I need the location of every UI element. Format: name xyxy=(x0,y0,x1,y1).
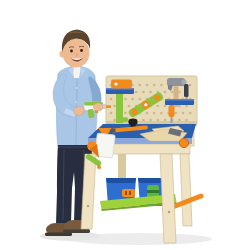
orange-side-knob xyxy=(179,138,188,147)
screwdriver-orange-handle xyxy=(169,105,175,117)
pegboard-hole xyxy=(146,84,149,87)
try-square-handle xyxy=(111,80,132,89)
pegboard-hole xyxy=(164,105,167,108)
shirt-button xyxy=(76,87,78,89)
tool-rail-right-top xyxy=(165,99,194,101)
pegboard-hole xyxy=(139,84,142,87)
pegboard-hole xyxy=(149,91,152,94)
pegboard-hole xyxy=(175,112,178,115)
pegboard-hole xyxy=(185,119,188,122)
shirt-button xyxy=(76,101,78,103)
vise-handle-tip xyxy=(97,165,101,169)
pegboard-hole xyxy=(142,91,145,94)
bin-left-inner-shadow xyxy=(106,178,136,183)
pegboard-hole xyxy=(153,84,156,87)
pegboard-hole xyxy=(160,112,163,115)
pegboard-hole xyxy=(171,91,174,94)
pegboard-hole xyxy=(110,98,113,101)
pegboard-hole xyxy=(149,119,152,122)
pegboard-hole xyxy=(146,112,149,115)
pegboard-hole xyxy=(113,105,116,108)
pegboard-hole xyxy=(139,98,142,101)
toy-in-bin-slot xyxy=(125,191,127,195)
toy-in-bin-slot xyxy=(129,191,131,195)
boy-face xyxy=(63,39,90,68)
toy-in-bin-orange xyxy=(122,189,135,197)
boy-hand-left xyxy=(93,103,102,111)
pegboard-hole xyxy=(124,98,127,101)
pegboard-hole xyxy=(131,98,134,101)
pegboard-hole xyxy=(178,119,181,122)
screwdriver-dark-handle xyxy=(184,84,189,97)
screwdriver-orange-shaft xyxy=(171,117,173,123)
pegboard-hole xyxy=(135,91,138,94)
pegboard-hole xyxy=(142,119,145,122)
hammer-face xyxy=(181,79,186,84)
try-square-handle-hole xyxy=(114,82,117,85)
product-photo-stage xyxy=(0,0,250,250)
shoe-sole-right xyxy=(63,230,90,234)
drill-bit xyxy=(106,105,111,108)
pegboard-hole xyxy=(153,112,156,115)
pegboard-hole xyxy=(164,91,167,94)
pegboard-hole xyxy=(113,119,116,122)
pegboard-hole xyxy=(128,105,131,108)
pegboard-hole xyxy=(189,84,192,87)
leg-dowel-hole xyxy=(168,211,170,213)
toy-in-bin-green-band xyxy=(147,190,159,193)
pegboard-hole xyxy=(189,112,192,115)
product-photo xyxy=(0,0,250,250)
pegboard-hole xyxy=(157,105,160,108)
pegboard-hole xyxy=(124,112,127,115)
boy-eye-right xyxy=(80,49,83,52)
pegboard-hole xyxy=(110,112,113,115)
orange-tool-tip xyxy=(111,129,116,133)
pegboard-hole xyxy=(164,119,167,122)
leg-dowel-hole xyxy=(87,205,89,207)
pegboard-hole xyxy=(185,105,188,108)
pegboard-hole xyxy=(157,119,160,122)
pegboard-hole xyxy=(160,84,163,87)
pegboard-hole xyxy=(182,112,185,115)
boy-eye-left xyxy=(70,50,73,53)
